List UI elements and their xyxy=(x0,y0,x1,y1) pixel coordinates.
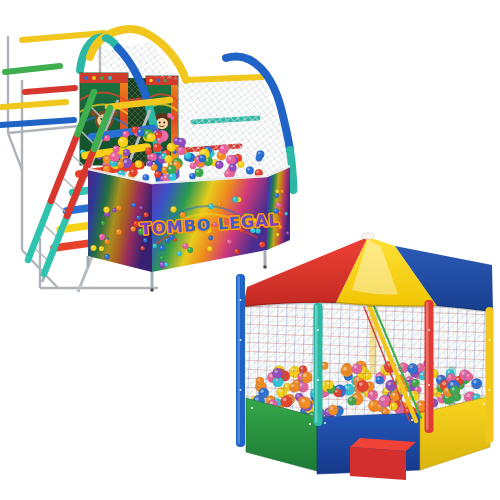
ball-highlight xyxy=(190,174,192,176)
ball-highlight xyxy=(144,213,146,215)
ball xyxy=(132,126,139,133)
ball-highlight xyxy=(276,190,277,191)
ball-highlight xyxy=(141,247,142,248)
ball-highlight xyxy=(106,240,108,242)
ball xyxy=(217,202,222,207)
ball xyxy=(91,245,97,251)
ball-highlight xyxy=(144,239,145,240)
front-net xyxy=(244,303,492,418)
ball xyxy=(238,161,245,168)
print-dot xyxy=(100,76,104,80)
ball xyxy=(164,155,172,163)
girl-eye xyxy=(163,122,165,124)
ball xyxy=(113,146,120,153)
ball-highlight xyxy=(119,171,121,173)
ball-highlight xyxy=(104,167,106,169)
girl-bow xyxy=(170,116,174,120)
ball xyxy=(207,246,212,251)
scene-canvas: TOMBO LEGAL xyxy=(0,0,500,500)
ball-highlight xyxy=(102,222,103,223)
ball xyxy=(112,208,116,212)
ball-highlight xyxy=(137,216,138,217)
print-dot xyxy=(149,79,152,82)
ball-highlight xyxy=(209,236,210,237)
ball-highlight xyxy=(228,240,230,242)
ball-highlight xyxy=(228,157,231,160)
ball xyxy=(135,160,143,168)
ball xyxy=(104,239,109,244)
ball-highlight xyxy=(160,263,162,265)
ball xyxy=(195,168,204,177)
ball-highlight xyxy=(172,207,174,209)
ball-highlight xyxy=(138,130,140,132)
right-hexagonal-ball-pit xyxy=(236,233,494,480)
ball-highlight xyxy=(275,194,276,195)
tower-top-dots xyxy=(149,79,166,82)
ball xyxy=(227,239,232,244)
ball xyxy=(275,189,279,193)
ball-highlight xyxy=(200,156,202,158)
ball-highlight xyxy=(163,168,165,170)
ball-highlight xyxy=(260,242,262,244)
ball xyxy=(276,202,281,207)
ball xyxy=(131,226,136,231)
print-dot xyxy=(163,79,166,82)
ball xyxy=(133,221,139,227)
ball-highlight xyxy=(148,161,150,163)
ball xyxy=(170,206,176,212)
ball-highlight xyxy=(114,147,116,149)
ball-highlight xyxy=(233,197,235,199)
ball xyxy=(99,246,104,251)
pole-yellow xyxy=(486,307,494,443)
ball-highlight xyxy=(100,247,102,249)
print-dot xyxy=(156,79,159,82)
ball xyxy=(208,203,214,209)
ball-highlight xyxy=(92,246,94,248)
ball xyxy=(229,164,237,172)
ball xyxy=(116,205,121,210)
frame-brace xyxy=(8,133,22,170)
ball-highlight xyxy=(132,204,133,205)
print-dot xyxy=(92,76,96,80)
rail-green xyxy=(5,66,60,72)
ball xyxy=(168,173,176,181)
ball-highlight xyxy=(191,164,193,166)
ball xyxy=(177,251,182,256)
ball xyxy=(177,138,186,147)
ball-highlight xyxy=(118,162,120,164)
ball-highlight xyxy=(162,154,164,156)
top-tube-yellow xyxy=(186,77,262,80)
canopy-apex-cap xyxy=(362,233,375,239)
ball xyxy=(122,131,129,138)
ball xyxy=(131,203,136,208)
pole-red-sheen xyxy=(426,302,429,430)
ball-highlight xyxy=(165,263,166,264)
ball-highlight xyxy=(170,175,173,178)
ball xyxy=(153,244,158,249)
ball xyxy=(199,155,207,163)
ball-highlight xyxy=(179,139,182,142)
ball-highlight xyxy=(164,176,167,179)
ball xyxy=(149,153,157,161)
ball-highlight xyxy=(105,157,108,160)
ball-highlight xyxy=(132,227,134,229)
ball xyxy=(146,160,153,167)
pole-teal xyxy=(314,303,323,426)
ball-highlight xyxy=(160,246,162,248)
ball-highlight xyxy=(188,248,190,250)
ball-highlight xyxy=(201,150,204,153)
ball-highlight xyxy=(153,244,154,245)
pole-teal-sheen xyxy=(315,305,318,423)
pit-foot xyxy=(150,288,154,292)
ball-highlight xyxy=(135,222,137,224)
ball xyxy=(177,147,185,155)
ball-highlight xyxy=(277,233,278,234)
pit-foot xyxy=(263,265,267,269)
ball-highlight xyxy=(117,230,119,232)
ball-highlight xyxy=(136,162,138,164)
ball xyxy=(139,206,143,210)
rail-blue xyxy=(1,120,74,125)
ball-highlight xyxy=(209,204,211,206)
ball xyxy=(164,262,169,267)
ball-highlight xyxy=(168,144,171,147)
ball-highlight xyxy=(105,255,107,257)
ball xyxy=(182,243,188,249)
ball xyxy=(232,196,238,202)
ball-highlight xyxy=(285,213,286,214)
ball xyxy=(129,168,137,176)
pit-walls: TOMBO LEGAL xyxy=(88,166,290,272)
ball xyxy=(259,242,265,248)
ball xyxy=(165,238,170,243)
ball xyxy=(190,162,197,169)
ball-highlight xyxy=(256,171,259,174)
ball xyxy=(219,145,229,155)
ball-highlight xyxy=(154,145,157,148)
ball-highlight xyxy=(235,250,237,252)
pole-red xyxy=(425,300,434,433)
ball-highlight xyxy=(113,209,114,210)
rail-yellow-low xyxy=(2,102,66,107)
ball-highlight xyxy=(221,146,224,149)
ball xyxy=(110,152,120,162)
ball-highlight xyxy=(124,132,126,134)
circus-canopy xyxy=(243,233,493,312)
ball xyxy=(143,238,147,242)
left-ball-pit-playground: TOMBO LEGAL xyxy=(1,29,294,292)
ball xyxy=(157,137,163,143)
ball-highlight xyxy=(196,170,199,173)
ball-highlight xyxy=(120,139,123,142)
ball-highlight xyxy=(239,162,241,164)
ball xyxy=(215,161,223,169)
ball-highlight xyxy=(168,167,171,170)
ball-highlight xyxy=(183,244,185,246)
pit-right-shade xyxy=(267,167,290,250)
ball-highlight xyxy=(81,150,83,152)
rail-red xyxy=(25,88,75,92)
ball xyxy=(160,256,164,260)
print-dot xyxy=(84,76,88,80)
ball-highlight xyxy=(287,232,288,233)
ball-highlight xyxy=(166,156,169,159)
ball-highlight xyxy=(156,172,158,174)
ball-highlight xyxy=(131,170,134,173)
ball xyxy=(284,212,287,215)
ball xyxy=(187,247,193,253)
ball-highlight xyxy=(147,149,149,151)
ball xyxy=(104,135,110,141)
ball xyxy=(141,246,145,250)
ball xyxy=(116,229,122,235)
ball-highlight xyxy=(105,136,107,138)
ball-highlight xyxy=(218,203,220,205)
ball-highlight xyxy=(158,138,160,140)
ball xyxy=(144,212,149,217)
ball-highlight xyxy=(151,154,154,157)
ball xyxy=(117,161,124,168)
ball-highlight xyxy=(174,162,177,165)
ball xyxy=(276,233,280,237)
ball-highlight xyxy=(161,257,162,258)
ball-highlight xyxy=(175,139,177,141)
product-photo: TOMBO LEGAL xyxy=(0,0,500,500)
step-box-front xyxy=(350,447,406,480)
ball xyxy=(159,245,165,251)
ball-highlight xyxy=(144,175,146,177)
ball-highlight xyxy=(100,235,102,237)
ball xyxy=(208,236,213,241)
ball xyxy=(118,137,129,148)
ball-highlight xyxy=(179,148,182,151)
right-arch-teal xyxy=(290,150,294,190)
ball-highlight xyxy=(258,152,260,154)
ball-highlight xyxy=(217,162,220,165)
ball xyxy=(257,151,265,159)
pole-blue-sheen xyxy=(238,276,241,444)
ball-highlight xyxy=(181,213,183,215)
ball-highlight xyxy=(166,239,168,241)
ball-highlight xyxy=(281,190,282,191)
ball-highlight xyxy=(196,157,198,159)
ball xyxy=(147,133,156,142)
ball-highlight xyxy=(133,127,135,129)
ball-highlight xyxy=(145,131,148,134)
ball-highlight xyxy=(124,160,127,163)
print-dot xyxy=(108,76,112,80)
ball xyxy=(280,190,283,193)
ball-highlight xyxy=(105,208,107,210)
ball xyxy=(246,167,254,175)
ball-highlight xyxy=(277,203,279,205)
ball-highlight xyxy=(112,153,115,156)
ball xyxy=(226,155,236,165)
ball-highlight xyxy=(125,150,127,152)
girl-eye xyxy=(159,122,161,124)
ball-highlight xyxy=(248,168,250,170)
ball xyxy=(234,249,239,254)
ball-highlight xyxy=(178,252,180,254)
ball xyxy=(274,193,279,198)
ball xyxy=(286,231,289,234)
ball-highlight xyxy=(117,206,119,208)
ball xyxy=(104,254,110,260)
ball-highlight xyxy=(140,206,141,207)
ball xyxy=(153,143,162,152)
ball xyxy=(99,234,105,240)
ball-highlight xyxy=(230,165,232,167)
ball xyxy=(101,221,105,225)
ball-highlight xyxy=(148,134,151,137)
ball-highlight xyxy=(122,157,124,159)
ball-highlight xyxy=(156,133,158,135)
ball xyxy=(123,149,130,156)
ball-highlight xyxy=(208,247,210,249)
ball xyxy=(103,207,109,213)
